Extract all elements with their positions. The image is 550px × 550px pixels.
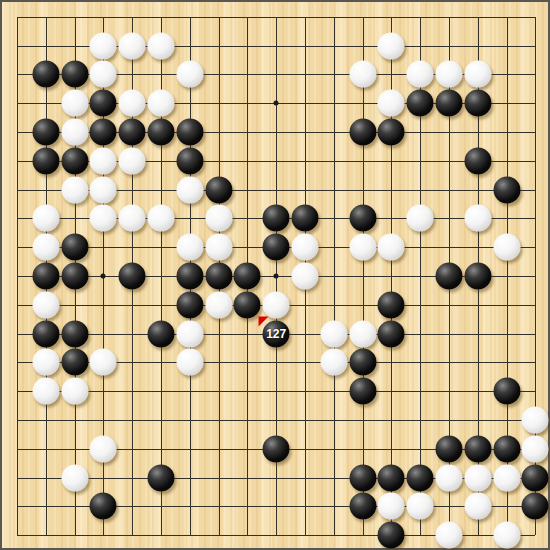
white-stone[interactable]	[90, 349, 117, 376]
white-stone[interactable]	[407, 493, 434, 520]
white-stone[interactable]	[148, 90, 175, 117]
black-stone[interactable]	[464, 90, 491, 117]
black-stone[interactable]	[205, 263, 232, 290]
black-stone[interactable]	[436, 435, 463, 462]
black-stone[interactable]	[493, 435, 520, 462]
last-move-marker-icon	[259, 316, 269, 326]
white-stone[interactable]	[378, 90, 405, 117]
white-stone[interactable]	[378, 234, 405, 261]
white-stone[interactable]	[349, 61, 376, 88]
white-stone[interactable]	[320, 349, 347, 376]
black-stone[interactable]	[234, 263, 261, 290]
white-stone[interactable]	[32, 378, 59, 405]
black-stone[interactable]	[349, 464, 376, 491]
black-stone[interactable]	[378, 522, 405, 549]
black-stone[interactable]	[32, 263, 59, 290]
white-stone[interactable]	[205, 234, 232, 261]
white-stone[interactable]	[493, 464, 520, 491]
white-stone[interactable]	[349, 320, 376, 347]
black-stone[interactable]	[119, 119, 146, 146]
black-stone[interactable]	[176, 119, 203, 146]
move-number-label: 127	[266, 328, 286, 340]
black-stone[interactable]	[378, 320, 405, 347]
white-stone[interactable]	[119, 205, 146, 232]
black-stone[interactable]	[378, 119, 405, 146]
black-stone[interactable]	[378, 464, 405, 491]
black-stone[interactable]	[263, 234, 290, 261]
black-stone[interactable]	[205, 176, 232, 203]
black-stone[interactable]	[349, 119, 376, 146]
white-stone[interactable]	[61, 464, 88, 491]
white-stone[interactable]	[292, 234, 319, 261]
white-stone[interactable]	[61, 90, 88, 117]
white-stone[interactable]	[32, 349, 59, 376]
black-stone[interactable]	[61, 234, 88, 261]
black-stone[interactable]	[148, 320, 175, 347]
black-stone[interactable]	[407, 464, 434, 491]
black-stone[interactable]	[32, 320, 59, 347]
white-stone[interactable]	[90, 176, 117, 203]
black-stone[interactable]	[61, 147, 88, 174]
black-stone[interactable]	[436, 90, 463, 117]
white-stone[interactable]	[407, 61, 434, 88]
black-stone[interactable]	[148, 119, 175, 146]
black-stone[interactable]	[90, 90, 117, 117]
black-stone[interactable]	[176, 147, 203, 174]
star-point	[274, 274, 279, 279]
white-stone[interactable]	[436, 61, 463, 88]
white-stone[interactable]	[32, 291, 59, 318]
white-stone[interactable]	[522, 407, 549, 434]
white-stone[interactable]	[378, 493, 405, 520]
black-stone[interactable]	[493, 378, 520, 405]
white-stone[interactable]	[119, 32, 146, 59]
black-stone[interactable]	[436, 263, 463, 290]
grid-line-horizontal	[17, 391, 535, 392]
black-stone[interactable]	[378, 291, 405, 318]
grid-line-horizontal	[17, 420, 535, 421]
black-stone[interactable]	[90, 119, 117, 146]
white-stone[interactable]	[176, 349, 203, 376]
black-stone[interactable]	[349, 349, 376, 376]
black-stone[interactable]	[61, 320, 88, 347]
black-stone[interactable]	[263, 435, 290, 462]
white-stone[interactable]	[292, 263, 319, 290]
white-stone[interactable]	[522, 435, 549, 462]
white-stone[interactable]	[148, 32, 175, 59]
black-stone[interactable]	[176, 263, 203, 290]
white-stone[interactable]	[176, 176, 203, 203]
white-stone[interactable]	[90, 435, 117, 462]
black-stone[interactable]	[90, 493, 117, 520]
black-stone[interactable]	[349, 378, 376, 405]
white-stone[interactable]	[90, 147, 117, 174]
go-board[interactable]: 127	[0, 0, 550, 550]
black-stone[interactable]	[263, 205, 290, 232]
white-stone[interactable]	[464, 61, 491, 88]
white-stone[interactable]	[90, 61, 117, 88]
black-stone[interactable]	[349, 493, 376, 520]
white-stone[interactable]	[90, 205, 117, 232]
white-stone[interactable]	[205, 205, 232, 232]
white-stone[interactable]	[119, 90, 146, 117]
star-point	[101, 274, 106, 279]
white-stone[interactable]	[119, 147, 146, 174]
black-stone[interactable]	[148, 464, 175, 491]
black-stone[interactable]	[292, 205, 319, 232]
white-stone[interactable]	[176, 320, 203, 347]
black-stone[interactable]	[407, 90, 434, 117]
grid-line-vertical	[363, 17, 364, 535]
white-stone[interactable]	[148, 205, 175, 232]
white-stone[interactable]	[263, 291, 290, 318]
white-stone[interactable]	[32, 234, 59, 261]
white-stone[interactable]	[90, 32, 117, 59]
black-stone[interactable]	[234, 291, 261, 318]
black-stone[interactable]	[119, 263, 146, 290]
black-stone[interactable]	[61, 263, 88, 290]
black-stone[interactable]	[32, 119, 59, 146]
white-stone[interactable]	[493, 522, 520, 549]
black-stone[interactable]	[32, 61, 59, 88]
white-stone[interactable]	[349, 234, 376, 261]
black-stone[interactable]	[522, 464, 549, 491]
white-stone[interactable]	[32, 205, 59, 232]
white-stone[interactable]	[464, 464, 491, 491]
white-stone[interactable]	[61, 378, 88, 405]
black-stone[interactable]	[176, 291, 203, 318]
last-move-stone[interactable]: 127	[263, 320, 290, 347]
black-stone[interactable]	[464, 263, 491, 290]
white-stone[interactable]	[464, 493, 491, 520]
white-stone[interactable]	[493, 234, 520, 261]
white-stone[interactable]	[205, 291, 232, 318]
white-stone[interactable]	[407, 205, 434, 232]
white-stone[interactable]	[436, 464, 463, 491]
black-stone[interactable]	[61, 349, 88, 376]
white-stone[interactable]	[176, 61, 203, 88]
white-stone[interactable]	[436, 522, 463, 549]
black-stone[interactable]	[522, 493, 549, 520]
black-stone[interactable]	[349, 205, 376, 232]
white-stone[interactable]	[320, 320, 347, 347]
grid-line-vertical	[334, 17, 335, 535]
black-stone[interactable]	[493, 176, 520, 203]
black-stone[interactable]	[32, 147, 59, 174]
white-stone[interactable]	[464, 205, 491, 232]
white-stone[interactable]	[61, 119, 88, 146]
white-stone[interactable]	[176, 234, 203, 261]
white-stone[interactable]	[61, 176, 88, 203]
black-stone[interactable]	[464, 147, 491, 174]
star-point	[274, 101, 279, 106]
black-stone[interactable]	[61, 61, 88, 88]
white-stone[interactable]	[378, 32, 405, 59]
black-stone[interactable]	[464, 435, 491, 462]
